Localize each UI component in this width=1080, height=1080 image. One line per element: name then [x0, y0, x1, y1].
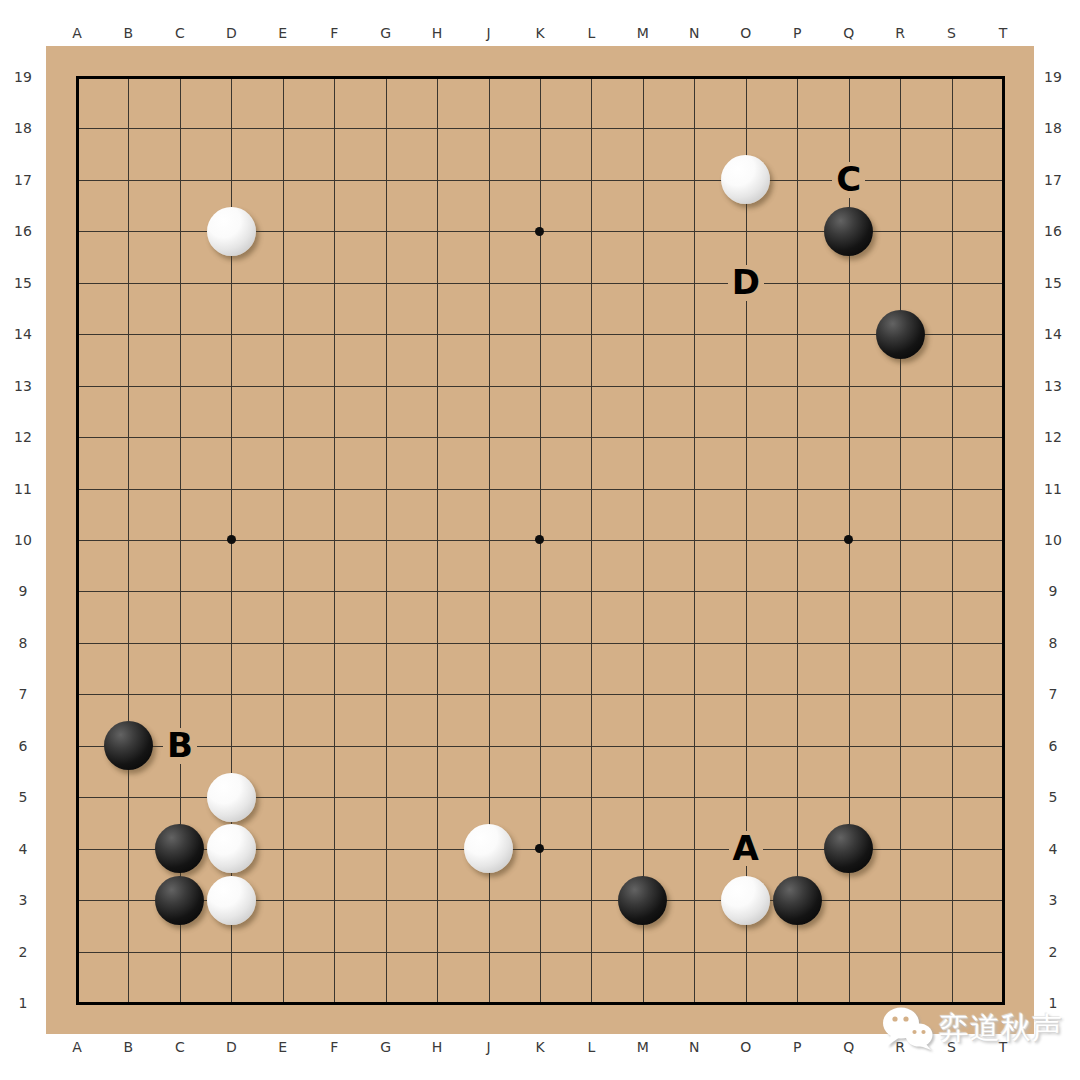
- intersection-P7[interactable]: [771, 669, 822, 720]
- intersection-S18[interactable]: [926, 103, 977, 154]
- intersection-P13[interactable]: [771, 360, 822, 411]
- intersection-F1[interactable]: [308, 977, 359, 1028]
- intersection-A12[interactable]: [51, 411, 102, 462]
- intersection-O6[interactable]: [720, 720, 771, 771]
- intersection-L19[interactable]: [566, 51, 617, 102]
- intersection-D15[interactable]: [206, 257, 257, 308]
- intersection-C4[interactable]: [154, 823, 205, 874]
- intersection-N14[interactable]: [669, 308, 720, 359]
- intersection-D6[interactable]: [206, 720, 257, 771]
- intersection-P16[interactable]: [771, 206, 822, 257]
- intersection-G19[interactable]: [360, 51, 411, 102]
- intersection-P11[interactable]: [771, 463, 822, 514]
- intersection-B7[interactable]: [103, 669, 154, 720]
- intersection-F16[interactable]: [308, 206, 359, 257]
- intersection-G5[interactable]: [360, 771, 411, 822]
- intersection-F15[interactable]: [308, 257, 359, 308]
- intersection-F11[interactable]: [308, 463, 359, 514]
- intersection-B12[interactable]: [103, 411, 154, 462]
- intersection-K17[interactable]: [514, 154, 565, 205]
- intersection-O15[interactable]: D: [720, 257, 771, 308]
- intersection-N9[interactable]: [669, 566, 720, 617]
- intersection-C3[interactable]: [154, 874, 205, 925]
- intersection-E3[interactable]: [257, 874, 308, 925]
- intersection-C2[interactable]: [154, 926, 205, 977]
- intersection-C12[interactable]: [154, 411, 205, 462]
- intersection-L14[interactable]: [566, 308, 617, 359]
- intersection-H14[interactable]: [411, 308, 462, 359]
- intersection-M6[interactable]: [617, 720, 668, 771]
- intersection-D13[interactable]: [206, 360, 257, 411]
- intersection-H6[interactable]: [411, 720, 462, 771]
- intersection-D9[interactable]: [206, 566, 257, 617]
- intersection-G6[interactable]: [360, 720, 411, 771]
- intersection-S7[interactable]: [926, 669, 977, 720]
- intersection-B15[interactable]: [103, 257, 154, 308]
- intersection-N7[interactable]: [669, 669, 720, 720]
- intersection-H12[interactable]: [411, 411, 462, 462]
- intersection-R18[interactable]: [874, 103, 925, 154]
- intersection-P3[interactable]: [771, 874, 822, 925]
- intersection-S17[interactable]: [926, 154, 977, 205]
- intersection-K13[interactable]: [514, 360, 565, 411]
- intersection-S13[interactable]: [926, 360, 977, 411]
- intersection-F2[interactable]: [308, 926, 359, 977]
- intersection-T16[interactable]: [977, 206, 1028, 257]
- intersection-O12[interactable]: [720, 411, 771, 462]
- intersection-S8[interactable]: [926, 617, 977, 668]
- intersection-B18[interactable]: [103, 103, 154, 154]
- intersection-O1[interactable]: [720, 977, 771, 1028]
- intersection-O17[interactable]: [720, 154, 771, 205]
- intersection-L12[interactable]: [566, 411, 617, 462]
- intersection-T10[interactable]: [977, 514, 1028, 565]
- intersection-L11[interactable]: [566, 463, 617, 514]
- intersection-O7[interactable]: [720, 669, 771, 720]
- intersection-S12[interactable]: [926, 411, 977, 462]
- intersection-G17[interactable]: [360, 154, 411, 205]
- intersection-C5[interactable]: [154, 771, 205, 822]
- intersection-F3[interactable]: [308, 874, 359, 925]
- intersection-E5[interactable]: [257, 771, 308, 822]
- intersection-L9[interactable]: [566, 566, 617, 617]
- intersection-T11[interactable]: [977, 463, 1028, 514]
- intersection-Q19[interactable]: [823, 51, 874, 102]
- intersection-K8[interactable]: [514, 617, 565, 668]
- intersection-C7[interactable]: [154, 669, 205, 720]
- intersection-G14[interactable]: [360, 308, 411, 359]
- intersection-T7[interactable]: [977, 669, 1028, 720]
- intersection-A13[interactable]: [51, 360, 102, 411]
- intersection-J19[interactable]: [463, 51, 514, 102]
- intersection-S5[interactable]: [926, 771, 977, 822]
- intersection-F14[interactable]: [308, 308, 359, 359]
- intersection-L4[interactable]: [566, 823, 617, 874]
- intersection-G13[interactable]: [360, 360, 411, 411]
- intersection-T5[interactable]: [977, 771, 1028, 822]
- intersection-P15[interactable]: [771, 257, 822, 308]
- intersection-G3[interactable]: [360, 874, 411, 925]
- intersection-P2[interactable]: [771, 926, 822, 977]
- intersection-O4[interactable]: A: [720, 823, 771, 874]
- intersection-E14[interactable]: [257, 308, 308, 359]
- intersection-G9[interactable]: [360, 566, 411, 617]
- intersection-E19[interactable]: [257, 51, 308, 102]
- intersection-Q17[interactable]: C: [823, 154, 874, 205]
- intersection-F9[interactable]: [308, 566, 359, 617]
- intersection-P19[interactable]: [771, 51, 822, 102]
- intersection-A19[interactable]: [51, 51, 102, 102]
- intersection-L10[interactable]: [566, 514, 617, 565]
- intersection-A8[interactable]: [51, 617, 102, 668]
- intersection-R8[interactable]: [874, 617, 925, 668]
- intersection-G16[interactable]: [360, 206, 411, 257]
- intersection-N6[interactable]: [669, 720, 720, 771]
- intersection-Q7[interactable]: [823, 669, 874, 720]
- intersection-K15[interactable]: [514, 257, 565, 308]
- intersection-G2[interactable]: [360, 926, 411, 977]
- intersection-H1[interactable]: [411, 977, 462, 1028]
- intersection-D2[interactable]: [206, 926, 257, 977]
- intersection-B3[interactable]: [103, 874, 154, 925]
- intersection-A14[interactable]: [51, 308, 102, 359]
- intersection-S6[interactable]: [926, 720, 977, 771]
- intersection-Q1[interactable]: [823, 977, 874, 1028]
- intersection-K10[interactable]: [514, 514, 565, 565]
- intersection-B17[interactable]: [103, 154, 154, 205]
- intersection-O16[interactable]: [720, 206, 771, 257]
- intersection-D11[interactable]: [206, 463, 257, 514]
- intersection-P4[interactable]: [771, 823, 822, 874]
- intersection-R12[interactable]: [874, 411, 925, 462]
- intersection-K12[interactable]: [514, 411, 565, 462]
- intersection-F6[interactable]: [308, 720, 359, 771]
- intersection-D1[interactable]: [206, 977, 257, 1028]
- intersection-R10[interactable]: [874, 514, 925, 565]
- intersection-L5[interactable]: [566, 771, 617, 822]
- intersection-L17[interactable]: [566, 154, 617, 205]
- intersection-F17[interactable]: [308, 154, 359, 205]
- intersection-L3[interactable]: [566, 874, 617, 925]
- intersection-O5[interactable]: [720, 771, 771, 822]
- intersection-E2[interactable]: [257, 926, 308, 977]
- intersection-D14[interactable]: [206, 308, 257, 359]
- intersection-S3[interactable]: [926, 874, 977, 925]
- intersection-M9[interactable]: [617, 566, 668, 617]
- intersection-O10[interactable]: [720, 514, 771, 565]
- intersection-A5[interactable]: [51, 771, 102, 822]
- intersection-L15[interactable]: [566, 257, 617, 308]
- intersection-T4[interactable]: [977, 823, 1028, 874]
- intersection-K7[interactable]: [514, 669, 565, 720]
- intersection-D18[interactable]: [206, 103, 257, 154]
- intersection-Q6[interactable]: [823, 720, 874, 771]
- intersection-B16[interactable]: [103, 206, 154, 257]
- intersection-C14[interactable]: [154, 308, 205, 359]
- intersection-S4[interactable]: [926, 823, 977, 874]
- intersection-T13[interactable]: [977, 360, 1028, 411]
- intersection-D4[interactable]: [206, 823, 257, 874]
- intersection-E13[interactable]: [257, 360, 308, 411]
- intersection-B14[interactable]: [103, 308, 154, 359]
- intersection-M15[interactable]: [617, 257, 668, 308]
- intersection-S11[interactable]: [926, 463, 977, 514]
- intersection-M18[interactable]: [617, 103, 668, 154]
- intersection-A15[interactable]: [51, 257, 102, 308]
- intersection-J14[interactable]: [463, 308, 514, 359]
- intersection-A6[interactable]: [51, 720, 102, 771]
- intersection-K18[interactable]: [514, 103, 565, 154]
- intersection-D3[interactable]: [206, 874, 257, 925]
- intersection-J8[interactable]: [463, 617, 514, 668]
- intersection-T3[interactable]: [977, 874, 1028, 925]
- intersection-G8[interactable]: [360, 617, 411, 668]
- intersection-B9[interactable]: [103, 566, 154, 617]
- intersection-M7[interactable]: [617, 669, 668, 720]
- intersection-A17[interactable]: [51, 154, 102, 205]
- intersection-C8[interactable]: [154, 617, 205, 668]
- intersection-S15[interactable]: [926, 257, 977, 308]
- intersection-D10[interactable]: [206, 514, 257, 565]
- intersection-M2[interactable]: [617, 926, 668, 977]
- intersection-E15[interactable]: [257, 257, 308, 308]
- intersection-F8[interactable]: [308, 617, 359, 668]
- intersection-O9[interactable]: [720, 566, 771, 617]
- intersection-J3[interactable]: [463, 874, 514, 925]
- intersection-H11[interactable]: [411, 463, 462, 514]
- intersection-F7[interactable]: [308, 669, 359, 720]
- intersection-S16[interactable]: [926, 206, 977, 257]
- intersection-G18[interactable]: [360, 103, 411, 154]
- intersection-N1[interactable]: [669, 977, 720, 1028]
- intersection-H8[interactable]: [411, 617, 462, 668]
- intersection-Q4[interactable]: [823, 823, 874, 874]
- intersection-L7[interactable]: [566, 669, 617, 720]
- intersection-L6[interactable]: [566, 720, 617, 771]
- intersection-Q9[interactable]: [823, 566, 874, 617]
- intersection-Q8[interactable]: [823, 617, 874, 668]
- intersection-B1[interactable]: [103, 977, 154, 1028]
- intersection-C18[interactable]: [154, 103, 205, 154]
- intersection-A9[interactable]: [51, 566, 102, 617]
- intersection-M14[interactable]: [617, 308, 668, 359]
- intersection-R15[interactable]: [874, 257, 925, 308]
- intersection-R2[interactable]: [874, 926, 925, 977]
- intersection-O3[interactable]: [720, 874, 771, 925]
- intersection-O11[interactable]: [720, 463, 771, 514]
- intersection-Q16[interactable]: [823, 206, 874, 257]
- intersection-C11[interactable]: [154, 463, 205, 514]
- intersection-Q3[interactable]: [823, 874, 874, 925]
- intersection-P14[interactable]: [771, 308, 822, 359]
- intersection-N13[interactable]: [669, 360, 720, 411]
- intersection-J2[interactable]: [463, 926, 514, 977]
- intersection-D8[interactable]: [206, 617, 257, 668]
- intersection-B8[interactable]: [103, 617, 154, 668]
- intersection-C19[interactable]: [154, 51, 205, 102]
- intersection-B4[interactable]: [103, 823, 154, 874]
- intersection-N12[interactable]: [669, 411, 720, 462]
- intersection-F5[interactable]: [308, 771, 359, 822]
- intersection-M17[interactable]: [617, 154, 668, 205]
- intersection-F4[interactable]: [308, 823, 359, 874]
- intersection-R6[interactable]: [874, 720, 925, 771]
- intersection-T2[interactable]: [977, 926, 1028, 977]
- intersection-E12[interactable]: [257, 411, 308, 462]
- intersection-Q13[interactable]: [823, 360, 874, 411]
- intersection-T12[interactable]: [977, 411, 1028, 462]
- intersection-A7[interactable]: [51, 669, 102, 720]
- intersection-N5[interactable]: [669, 771, 720, 822]
- intersection-P12[interactable]: [771, 411, 822, 462]
- intersection-T18[interactable]: [977, 103, 1028, 154]
- intersection-B10[interactable]: [103, 514, 154, 565]
- intersection-T8[interactable]: [977, 617, 1028, 668]
- intersection-R17[interactable]: [874, 154, 925, 205]
- intersection-R7[interactable]: [874, 669, 925, 720]
- intersection-H3[interactable]: [411, 874, 462, 925]
- intersection-R14[interactable]: [874, 308, 925, 359]
- intersection-J17[interactable]: [463, 154, 514, 205]
- intersection-H2[interactable]: [411, 926, 462, 977]
- intersection-P18[interactable]: [771, 103, 822, 154]
- intersection-E16[interactable]: [257, 206, 308, 257]
- intersection-T15[interactable]: [977, 257, 1028, 308]
- intersection-A2[interactable]: [51, 926, 102, 977]
- intersection-N16[interactable]: [669, 206, 720, 257]
- intersection-T9[interactable]: [977, 566, 1028, 617]
- intersection-E8[interactable]: [257, 617, 308, 668]
- intersection-K6[interactable]: [514, 720, 565, 771]
- intersection-T19[interactable]: [977, 51, 1028, 102]
- intersection-G7[interactable]: [360, 669, 411, 720]
- intersection-Q12[interactable]: [823, 411, 874, 462]
- intersection-M11[interactable]: [617, 463, 668, 514]
- intersection-E10[interactable]: [257, 514, 308, 565]
- intersection-N10[interactable]: [669, 514, 720, 565]
- intersection-J12[interactable]: [463, 411, 514, 462]
- intersection-P10[interactable]: [771, 514, 822, 565]
- intersection-R11[interactable]: [874, 463, 925, 514]
- intersection-H18[interactable]: [411, 103, 462, 154]
- intersection-P17[interactable]: [771, 154, 822, 205]
- intersection-A18[interactable]: [51, 103, 102, 154]
- intersection-H5[interactable]: [411, 771, 462, 822]
- intersection-S19[interactable]: [926, 51, 977, 102]
- intersection-J10[interactable]: [463, 514, 514, 565]
- intersection-G1[interactable]: [360, 977, 411, 1028]
- intersection-F13[interactable]: [308, 360, 359, 411]
- intersection-R16[interactable]: [874, 206, 925, 257]
- intersection-N17[interactable]: [669, 154, 720, 205]
- intersection-K4[interactable]: [514, 823, 565, 874]
- intersection-C17[interactable]: [154, 154, 205, 205]
- intersection-J13[interactable]: [463, 360, 514, 411]
- intersection-G4[interactable]: [360, 823, 411, 874]
- intersection-D5[interactable]: [206, 771, 257, 822]
- intersection-M3[interactable]: [617, 874, 668, 925]
- intersection-T17[interactable]: [977, 154, 1028, 205]
- intersection-R3[interactable]: [874, 874, 925, 925]
- intersection-P8[interactable]: [771, 617, 822, 668]
- intersection-B13[interactable]: [103, 360, 154, 411]
- intersection-H10[interactable]: [411, 514, 462, 565]
- intersection-C6[interactable]: B: [154, 720, 205, 771]
- intersection-E1[interactable]: [257, 977, 308, 1028]
- intersection-K9[interactable]: [514, 566, 565, 617]
- intersection-H13[interactable]: [411, 360, 462, 411]
- intersection-T14[interactable]: [977, 308, 1028, 359]
- intersection-O18[interactable]: [720, 103, 771, 154]
- intersection-B2[interactable]: [103, 926, 154, 977]
- intersection-N18[interactable]: [669, 103, 720, 154]
- intersection-C13[interactable]: [154, 360, 205, 411]
- intersection-C16[interactable]: [154, 206, 205, 257]
- intersection-L16[interactable]: [566, 206, 617, 257]
- intersection-Q11[interactable]: [823, 463, 874, 514]
- intersection-D16[interactable]: [206, 206, 257, 257]
- intersection-E4[interactable]: [257, 823, 308, 874]
- intersection-K5[interactable]: [514, 771, 565, 822]
- intersection-R13[interactable]: [874, 360, 925, 411]
- intersection-K16[interactable]: [514, 206, 565, 257]
- intersection-P5[interactable]: [771, 771, 822, 822]
- intersection-P9[interactable]: [771, 566, 822, 617]
- intersection-A16[interactable]: [51, 206, 102, 257]
- intersection-J1[interactable]: [463, 977, 514, 1028]
- intersection-O8[interactable]: [720, 617, 771, 668]
- intersection-H19[interactable]: [411, 51, 462, 102]
- intersection-A4[interactable]: [51, 823, 102, 874]
- intersection-O13[interactable]: [720, 360, 771, 411]
- intersection-C15[interactable]: [154, 257, 205, 308]
- intersection-G15[interactable]: [360, 257, 411, 308]
- intersection-E6[interactable]: [257, 720, 308, 771]
- intersection-S14[interactable]: [926, 308, 977, 359]
- intersection-O2[interactable]: [720, 926, 771, 977]
- intersection-L2[interactable]: [566, 926, 617, 977]
- intersection-L1[interactable]: [566, 977, 617, 1028]
- intersection-Q2[interactable]: [823, 926, 874, 977]
- intersection-T6[interactable]: [977, 720, 1028, 771]
- intersection-P1[interactable]: [771, 977, 822, 1028]
- intersection-B5[interactable]: [103, 771, 154, 822]
- intersection-R5[interactable]: [874, 771, 925, 822]
- intersection-C10[interactable]: [154, 514, 205, 565]
- intersection-Q5[interactable]: [823, 771, 874, 822]
- intersection-J18[interactable]: [463, 103, 514, 154]
- intersection-K14[interactable]: [514, 308, 565, 359]
- intersection-L13[interactable]: [566, 360, 617, 411]
- intersection-P6[interactable]: [771, 720, 822, 771]
- intersection-M16[interactable]: [617, 206, 668, 257]
- intersection-M4[interactable]: [617, 823, 668, 874]
- intersection-B6[interactable]: [103, 720, 154, 771]
- intersection-K19[interactable]: [514, 51, 565, 102]
- intersection-N4[interactable]: [669, 823, 720, 874]
- intersection-E9[interactable]: [257, 566, 308, 617]
- intersection-E11[interactable]: [257, 463, 308, 514]
- intersection-G10[interactable]: [360, 514, 411, 565]
- intersection-Q14[interactable]: [823, 308, 874, 359]
- intersection-D12[interactable]: [206, 411, 257, 462]
- intersection-A11[interactable]: [51, 463, 102, 514]
- intersection-N3[interactable]: [669, 874, 720, 925]
- intersection-H17[interactable]: [411, 154, 462, 205]
- intersection-J5[interactable]: [463, 771, 514, 822]
- intersection-C9[interactable]: [154, 566, 205, 617]
- intersection-B19[interactable]: [103, 51, 154, 102]
